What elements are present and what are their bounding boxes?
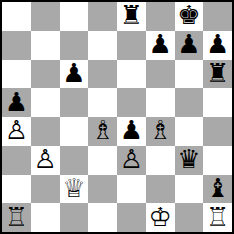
square-a3[interactable] (2, 146, 31, 175)
black-bishop-piece[interactable]: ♝ (206, 175, 229, 201)
square-a5[interactable]: ♟ (2, 88, 31, 117)
black-pawn-piece[interactable]: ♟ (120, 117, 143, 143)
square-a1[interactable]: ♖ (2, 203, 31, 232)
square-d4[interactable]: ♗ (88, 117, 117, 146)
square-c3[interactable] (60, 146, 89, 175)
square-e5[interactable] (117, 88, 146, 117)
square-g3[interactable]: ♛ (175, 146, 204, 175)
black-pawn-piece[interactable]: ♟ (148, 31, 171, 57)
square-h1[interactable]: ♖ (203, 203, 232, 232)
white-rook-piece[interactable]: ♖ (5, 204, 28, 230)
square-b4[interactable] (31, 117, 60, 146)
white-bishop-piece[interactable]: ♗ (148, 117, 171, 143)
square-h3[interactable] (203, 146, 232, 175)
chess-board: ♜♚♟♟♟♟♜♟♙♗♟♗♙♙♛♕♝♖♔♖ (0, 0, 234, 234)
square-d5[interactable] (88, 88, 117, 117)
square-c7[interactable] (60, 31, 89, 60)
square-d7[interactable] (88, 31, 117, 60)
square-g1[interactable] (175, 203, 204, 232)
square-b1[interactable] (31, 203, 60, 232)
square-d2[interactable] (88, 175, 117, 204)
square-e1[interactable] (117, 203, 146, 232)
white-king-piece[interactable]: ♔ (148, 204, 171, 230)
square-h2[interactable]: ♝ (203, 175, 232, 204)
square-e3[interactable]: ♙ (117, 146, 146, 175)
square-h8[interactable] (203, 2, 232, 31)
black-king-piece[interactable]: ♚ (177, 2, 200, 28)
square-c5[interactable] (60, 88, 89, 117)
black-queen-piece[interactable]: ♛ (177, 146, 200, 172)
square-c2[interactable]: ♕ (60, 175, 89, 204)
square-d1[interactable] (88, 203, 117, 232)
square-c8[interactable] (60, 2, 89, 31)
square-c4[interactable] (60, 117, 89, 146)
square-f4[interactable]: ♗ (146, 117, 175, 146)
square-g8[interactable]: ♚ (175, 2, 204, 31)
square-f6[interactable] (146, 60, 175, 89)
black-pawn-piece[interactable]: ♟ (5, 89, 28, 115)
square-f7[interactable]: ♟ (146, 31, 175, 60)
square-a6[interactable] (2, 60, 31, 89)
square-a8[interactable] (2, 2, 31, 31)
square-b5[interactable] (31, 88, 60, 117)
square-b7[interactable] (31, 31, 60, 60)
square-b2[interactable] (31, 175, 60, 204)
square-h7[interactable]: ♟ (203, 31, 232, 60)
black-rook-piece[interactable]: ♜ (206, 60, 229, 86)
square-e6[interactable] (117, 60, 146, 89)
square-f8[interactable] (146, 2, 175, 31)
square-b6[interactable] (31, 60, 60, 89)
square-d6[interactable] (88, 60, 117, 89)
square-b8[interactable] (31, 2, 60, 31)
square-c6[interactable]: ♟ (60, 60, 89, 89)
square-b3[interactable]: ♙ (31, 146, 60, 175)
square-h5[interactable] (203, 88, 232, 117)
black-pawn-piece[interactable]: ♟ (206, 31, 229, 57)
square-e2[interactable] (117, 175, 146, 204)
chess-diagram: ♜♚♟♟♟♟♜♟♙♗♟♗♙♙♛♕♝♖♔♖ (0, 0, 234, 234)
black-rook-piece[interactable]: ♜ (120, 2, 143, 28)
white-pawn-piece[interactable]: ♙ (120, 146, 143, 172)
white-rook-piece[interactable]: ♖ (206, 204, 229, 230)
square-g2[interactable] (175, 175, 204, 204)
square-f5[interactable] (146, 88, 175, 117)
square-g7[interactable]: ♟ (175, 31, 204, 60)
white-pawn-piece[interactable]: ♙ (5, 117, 28, 143)
square-e4[interactable]: ♟ (117, 117, 146, 146)
white-bishop-piece[interactable]: ♗ (91, 117, 114, 143)
black-pawn-piece[interactable]: ♟ (62, 60, 85, 86)
square-h6[interactable]: ♜ (203, 60, 232, 89)
square-a4[interactable]: ♙ (2, 117, 31, 146)
square-f1[interactable]: ♔ (146, 203, 175, 232)
square-f3[interactable] (146, 146, 175, 175)
square-e8[interactable]: ♜ (117, 2, 146, 31)
square-a7[interactable] (2, 31, 31, 60)
square-h4[interactable] (203, 117, 232, 146)
square-d8[interactable] (88, 2, 117, 31)
black-pawn-piece[interactable]: ♟ (177, 31, 200, 57)
square-d3[interactable] (88, 146, 117, 175)
white-queen-piece[interactable]: ♕ (62, 175, 85, 201)
square-c1[interactable] (60, 203, 89, 232)
square-f2[interactable] (146, 175, 175, 204)
white-pawn-piece[interactable]: ♙ (33, 146, 56, 172)
square-g5[interactable] (175, 88, 204, 117)
square-g4[interactable] (175, 117, 204, 146)
square-e7[interactable] (117, 31, 146, 60)
square-g6[interactable] (175, 60, 204, 89)
square-a2[interactable] (2, 175, 31, 204)
